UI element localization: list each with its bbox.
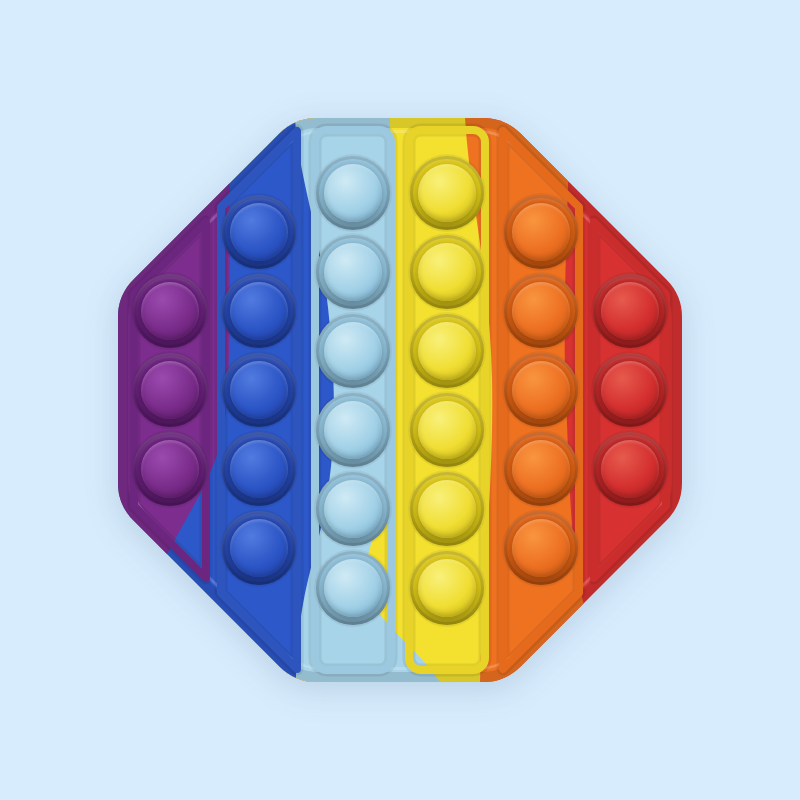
bubble-c3-r2-unpopped[interactable]	[316, 235, 390, 309]
bubble-dome	[324, 243, 382, 301]
bubble-column-yellow	[408, 153, 487, 627]
bubble-dome	[324, 322, 382, 380]
bubble-dome	[230, 440, 288, 498]
bubble-dome	[418, 480, 476, 538]
bubble-c4-r6-unpopped[interactable]	[410, 551, 484, 625]
bubble-dome	[418, 243, 476, 301]
bubble-column-orange	[502, 193, 581, 588]
bubble-c3-r1-unpopped[interactable]	[316, 156, 390, 230]
bubble-c4-r3-unpopped[interactable]	[410, 314, 484, 388]
bubble-dome	[418, 164, 476, 222]
bubble-grid	[118, 118, 682, 682]
bubble-c4-r5-unpopped[interactable]	[410, 472, 484, 546]
bubble-dome	[601, 440, 659, 498]
bubble-c2-r1-unpopped[interactable]	[222, 195, 296, 269]
bubble-dome	[230, 519, 288, 577]
bubble-dome	[512, 361, 570, 419]
bubble-dome	[324, 559, 382, 617]
bubble-dome	[324, 480, 382, 538]
bubble-c6-r2-unpopped[interactable]	[593, 353, 667, 427]
bubble-c5-r1-unpopped[interactable]	[504, 195, 578, 269]
bubble-c1-r2-unpopped[interactable]	[133, 353, 207, 427]
bubble-dome	[324, 401, 382, 459]
bubble-c3-r3-unpopped[interactable]	[316, 314, 390, 388]
bubble-c2-r2-unpopped[interactable]	[222, 274, 296, 348]
bubble-dome	[230, 282, 288, 340]
bubble-column-blue	[220, 193, 299, 588]
bubble-dome	[141, 282, 199, 340]
bubble-dome	[418, 401, 476, 459]
bubble-dome	[141, 440, 199, 498]
bubble-c2-r5-unpopped[interactable]	[222, 511, 296, 585]
bubble-c3-r4-unpopped[interactable]	[316, 393, 390, 467]
bubble-c2-r3-unpopped[interactable]	[222, 353, 296, 427]
bubble-c5-r5-unpopped[interactable]	[504, 511, 578, 585]
bubble-dome	[512, 440, 570, 498]
bubble-dome	[601, 282, 659, 340]
bubble-column-light-blue	[314, 153, 393, 627]
bubble-dome	[601, 361, 659, 419]
pop-it-toy	[118, 118, 682, 682]
bubble-dome	[512, 203, 570, 261]
bubble-c6-r3-unpopped[interactable]	[593, 432, 667, 506]
bubble-c5-r4-unpopped[interactable]	[504, 432, 578, 506]
bubble-dome	[230, 203, 288, 261]
bubble-c5-r3-unpopped[interactable]	[504, 353, 578, 427]
bubble-c3-r6-unpopped[interactable]	[316, 551, 390, 625]
bubble-c6-r1-unpopped[interactable]	[593, 274, 667, 348]
bubble-c1-r3-unpopped[interactable]	[133, 432, 207, 506]
bubble-dome	[230, 361, 288, 419]
photo-background	[0, 0, 800, 800]
bubble-dome	[324, 164, 382, 222]
bubble-c5-r2-unpopped[interactable]	[504, 274, 578, 348]
bubble-c2-r4-unpopped[interactable]	[222, 432, 296, 506]
bubble-column-red	[591, 272, 670, 509]
bubble-dome	[141, 361, 199, 419]
bubble-c1-r1-unpopped[interactable]	[133, 274, 207, 348]
bubble-c4-r1-unpopped[interactable]	[410, 156, 484, 230]
bubble-c3-r5-unpopped[interactable]	[316, 472, 390, 546]
bubble-dome	[512, 519, 570, 577]
bubble-column-purple	[131, 272, 210, 509]
bubble-dome	[418, 559, 476, 617]
bubble-c4-r2-unpopped[interactable]	[410, 235, 484, 309]
bubble-c4-r4-unpopped[interactable]	[410, 393, 484, 467]
bubble-dome	[418, 322, 476, 380]
bubble-dome	[512, 282, 570, 340]
